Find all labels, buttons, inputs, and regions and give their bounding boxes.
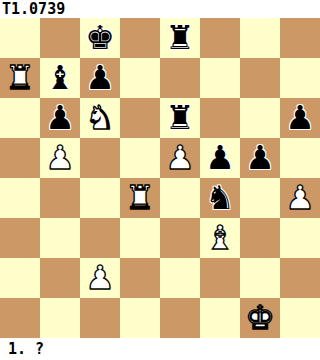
square-c5[interactable] <box>80 138 120 178</box>
square-h4[interactable]: ♟ <box>280 178 320 218</box>
square-f2[interactable] <box>200 258 240 298</box>
piece-white-rook[interactable]: ♜ <box>125 178 155 218</box>
header: T1.0739 <box>0 0 320 18</box>
piece-black-pawn[interactable]: ♟ <box>45 98 75 138</box>
piece-black-rook[interactable]: ♜ <box>165 98 195 138</box>
square-h5[interactable] <box>280 138 320 178</box>
piece-black-knight[interactable]: ♞ <box>205 178 235 218</box>
square-e3[interactable] <box>160 218 200 258</box>
square-h3[interactable] <box>280 218 320 258</box>
piece-black-pawn[interactable]: ♟ <box>85 58 115 98</box>
square-b7[interactable]: ♝ <box>40 58 80 98</box>
square-c3[interactable] <box>80 218 120 258</box>
square-f1[interactable] <box>200 298 240 338</box>
square-d6[interactable] <box>120 98 160 138</box>
square-h8[interactable] <box>280 18 320 58</box>
piece-black-bishop[interactable]: ♝ <box>45 58 75 98</box>
square-b6[interactable]: ♟ <box>40 98 80 138</box>
move-prompt: 1. ? <box>0 338 44 360</box>
square-d5[interactable] <box>120 138 160 178</box>
square-d3[interactable] <box>120 218 160 258</box>
square-d1[interactable] <box>120 298 160 338</box>
piece-white-pawn[interactable]: ♟ <box>285 178 315 218</box>
square-b4[interactable] <box>40 178 80 218</box>
piece-black-pawn[interactable]: ♟ <box>245 138 275 178</box>
piece-black-pawn[interactable]: ♟ <box>285 98 315 138</box>
square-b3[interactable] <box>40 218 80 258</box>
square-h6[interactable]: ♟ <box>280 98 320 138</box>
square-h1[interactable] <box>280 298 320 338</box>
piece-white-knight[interactable]: ♞ <box>85 98 115 138</box>
square-c6[interactable]: ♞ <box>80 98 120 138</box>
piece-white-king[interactable]: ♚ <box>245 298 275 338</box>
square-f6[interactable] <box>200 98 240 138</box>
piece-white-rook[interactable]: ♜ <box>5 58 35 98</box>
square-f3[interactable]: ♝ <box>200 218 240 258</box>
footer: 1. ? <box>0 338 320 360</box>
square-c7[interactable]: ♟ <box>80 58 120 98</box>
square-e8[interactable]: ♜ <box>160 18 200 58</box>
square-a6[interactable] <box>0 98 40 138</box>
square-g6[interactable] <box>240 98 280 138</box>
piece-black-rook[interactable]: ♜ <box>165 18 195 58</box>
square-a5[interactable] <box>0 138 40 178</box>
square-a2[interactable] <box>0 258 40 298</box>
square-e6[interactable]: ♜ <box>160 98 200 138</box>
square-h7[interactable] <box>280 58 320 98</box>
square-d8[interactable] <box>120 18 160 58</box>
square-c4[interactable] <box>80 178 120 218</box>
square-g2[interactable] <box>240 258 280 298</box>
square-d2[interactable] <box>120 258 160 298</box>
square-a7[interactable]: ♜ <box>0 58 40 98</box>
square-f5[interactable]: ♟ <box>200 138 240 178</box>
piece-white-pawn[interactable]: ♟ <box>165 138 195 178</box>
chess-board: ♚♜♜♝♟♟♞♜♟♟♟♟♟♜♞♟♝♟♚ <box>0 18 320 338</box>
puzzle-title: T1.0739 <box>0 0 65 18</box>
square-e5[interactable]: ♟ <box>160 138 200 178</box>
square-h2[interactable] <box>280 258 320 298</box>
square-c1[interactable] <box>80 298 120 338</box>
square-g8[interactable] <box>240 18 280 58</box>
square-e4[interactable] <box>160 178 200 218</box>
square-e2[interactable] <box>160 258 200 298</box>
piece-white-pawn[interactable]: ♟ <box>45 138 75 178</box>
square-e1[interactable] <box>160 298 200 338</box>
square-a8[interactable] <box>0 18 40 58</box>
piece-white-bishop[interactable]: ♝ <box>205 218 235 258</box>
square-g7[interactable] <box>240 58 280 98</box>
square-d7[interactable] <box>120 58 160 98</box>
square-b1[interactable] <box>40 298 80 338</box>
square-a1[interactable] <box>0 298 40 338</box>
square-a4[interactable] <box>0 178 40 218</box>
square-g3[interactable] <box>240 218 280 258</box>
square-f7[interactable] <box>200 58 240 98</box>
square-b8[interactable] <box>40 18 80 58</box>
square-c2[interactable]: ♟ <box>80 258 120 298</box>
piece-white-pawn[interactable]: ♟ <box>85 258 115 298</box>
square-c8[interactable]: ♚ <box>80 18 120 58</box>
square-g5[interactable]: ♟ <box>240 138 280 178</box>
square-g1[interactable]: ♚ <box>240 298 280 338</box>
square-a3[interactable] <box>0 218 40 258</box>
piece-black-pawn[interactable]: ♟ <box>205 138 235 178</box>
square-d4[interactable]: ♜ <box>120 178 160 218</box>
square-b5[interactable]: ♟ <box>40 138 80 178</box>
square-b2[interactable] <box>40 258 80 298</box>
square-f4[interactable]: ♞ <box>200 178 240 218</box>
square-e7[interactable] <box>160 58 200 98</box>
square-f8[interactable] <box>200 18 240 58</box>
square-g4[interactable] <box>240 178 280 218</box>
piece-black-king[interactable]: ♚ <box>85 18 115 58</box>
